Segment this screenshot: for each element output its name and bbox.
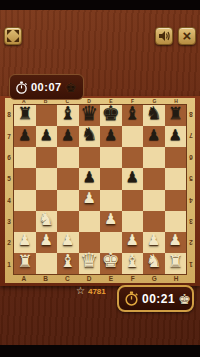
square-b7[interactable]: ♟ [36, 126, 58, 147]
square-e5[interactable] [100, 168, 122, 189]
square-a8[interactable]: ♜ [14, 105, 36, 126]
square-a2[interactable]: ♟ [14, 232, 36, 253]
square-f4[interactable] [122, 190, 144, 211]
score-display: ☆ 4781 [76, 286, 106, 296]
square-d4[interactable]: ♟ [79, 190, 101, 211]
white-pawn-piece[interactable]: ♟ [126, 233, 139, 248]
rank-label-6: 6 [187, 147, 195, 168]
star-icon: ☆ [76, 286, 85, 296]
square-g3[interactable] [143, 211, 165, 232]
square-h2[interactable]: ♟ [165, 232, 187, 253]
square-a4[interactable] [14, 190, 36, 211]
square-e4[interactable] [100, 190, 122, 211]
white-pawn-piece[interactable]: ♟ [104, 212, 117, 227]
white-bishop-piece[interactable]: ♝ [60, 252, 76, 270]
rank-label-2: 2 [187, 232, 195, 253]
square-g7[interactable]: ♟ [143, 126, 165, 147]
black-pawn-piece[interactable]: ♟ [18, 128, 31, 143]
square-e1[interactable]: ♚ [100, 253, 122, 274]
black-pawn-piece[interactable]: ♟ [40, 128, 53, 143]
square-e3[interactable]: ♟ [100, 211, 122, 232]
white-queen-piece[interactable]: ♛ [80, 250, 98, 270]
black-knight-piece[interactable]: ♞ [81, 125, 97, 143]
white-rook-piece[interactable]: ♜ [168, 253, 183, 270]
square-c4[interactable] [57, 190, 79, 211]
square-f7[interactable] [122, 126, 144, 147]
black-king-icon: ♚ [65, 81, 77, 94]
square-f6[interactable] [122, 147, 144, 168]
black-pawn-piece[interactable]: ♟ [126, 170, 139, 185]
square-h7[interactable]: ♟ [165, 126, 187, 147]
black-timer-value: 00:07 [31, 81, 62, 93]
rank-label-7: 7 [5, 125, 13, 146]
chess-board-border: ABCDEFGH ABCDEFGH 87654321 87654321 ♜♝♛♚… [5, 98, 195, 283]
square-e8[interactable]: ♚ [100, 105, 122, 126]
rank-label-7: 7 [187, 125, 195, 146]
square-c8[interactable]: ♝ [57, 105, 79, 126]
square-g6[interactable] [143, 147, 165, 168]
white-player-timer: 00:21 ♚ [117, 285, 194, 312]
black-bishop-piece[interactable]: ♝ [124, 104, 140, 122]
close-icon: × [183, 28, 192, 43]
file-label-c: C [57, 275, 79, 283]
square-g4[interactable] [143, 190, 165, 211]
square-g8[interactable]: ♞ [143, 105, 165, 126]
game-screen: × 00:07 ♚ ABCDEFGH ABCDEFGH 87654321 876… [0, 0, 200, 357]
speaker-icon [158, 30, 170, 42]
square-e7[interactable]: ♟ [100, 126, 122, 147]
square-a7[interactable]: ♟ [14, 126, 36, 147]
black-queen-piece[interactable]: ♛ [80, 103, 98, 123]
rank-label-8: 8 [187, 104, 195, 125]
square-g1[interactable]: ♞ [143, 253, 165, 274]
file-label-h: H [165, 275, 187, 283]
black-knight-piece[interactable]: ♞ [146, 104, 162, 122]
file-labels-bottom: ABCDEFGH [13, 275, 187, 283]
white-king-piece[interactable]: ♚ [102, 250, 120, 270]
file-label-b: B [35, 275, 57, 283]
bottom-letterbox-bar [0, 345, 200, 357]
score-value: 4781 [88, 287, 106, 296]
square-g5[interactable] [143, 168, 165, 189]
rank-labels-right: 87654321 [187, 104, 195, 275]
square-b5[interactable] [36, 168, 58, 189]
square-h5[interactable] [165, 168, 187, 189]
fullscreen-button[interactable] [4, 27, 22, 45]
square-b2[interactable]: ♟ [36, 232, 58, 253]
stopwatch-icon [15, 81, 28, 94]
black-bishop-piece[interactable]: ♝ [60, 104, 76, 122]
square-h1[interactable]: ♜ [165, 253, 187, 274]
square-f5[interactable]: ♟ [122, 168, 144, 189]
square-d6[interactable] [79, 147, 101, 168]
square-c6[interactable] [57, 147, 79, 168]
square-b8[interactable] [36, 105, 58, 126]
black-rook-piece[interactable]: ♜ [17, 105, 32, 122]
white-knight-piece[interactable]: ♞ [38, 210, 54, 228]
square-a1[interactable]: ♜ [14, 253, 36, 274]
square-c3[interactable] [57, 211, 79, 232]
black-pawn-piece[interactable]: ♟ [83, 170, 96, 185]
square-b6[interactable] [36, 147, 58, 168]
square-f3[interactable] [122, 211, 144, 232]
square-d1[interactable]: ♛ [79, 253, 101, 274]
square-a3[interactable] [14, 211, 36, 232]
black-rook-piece[interactable]: ♜ [168, 105, 183, 122]
white-pawn-piece[interactable]: ♟ [147, 233, 160, 248]
sound-button[interactable] [155, 27, 173, 45]
black-pawn-piece[interactable]: ♟ [104, 128, 117, 143]
white-pawn-piece[interactable]: ♟ [40, 233, 53, 248]
black-pawn-piece[interactable]: ♟ [169, 128, 182, 143]
stopwatch-icon [124, 291, 139, 306]
rank-label-3: 3 [5, 211, 13, 232]
rank-labels-left: 87654321 [5, 104, 13, 275]
square-h4[interactable] [165, 190, 187, 211]
square-a5[interactable] [14, 168, 36, 189]
rank-label-1: 1 [5, 254, 13, 275]
rank-label-1: 1 [187, 254, 195, 275]
rank-label-5: 5 [5, 168, 13, 189]
rank-label-6: 6 [5, 147, 13, 168]
square-d5[interactable]: ♟ [79, 168, 101, 189]
black-king-piece[interactable]: ♚ [102, 103, 120, 123]
white-bishop-piece[interactable]: ♝ [124, 252, 140, 270]
rank-label-3: 3 [187, 211, 195, 232]
rank-label-5: 5 [187, 168, 195, 189]
file-label-d: D [78, 275, 100, 283]
square-c5[interactable] [57, 168, 79, 189]
square-a6[interactable] [14, 147, 36, 168]
square-c1[interactable]: ♝ [57, 253, 79, 274]
white-pawn-piece[interactable]: ♟ [18, 233, 31, 248]
rank-label-4: 4 [5, 190, 13, 211]
chess-board: ♜♝♛♚♝♞♜♟♟♟♞♟♟♟♟♟♟♞♟♟♟♟♟♟♟♜♝♛♚♝♞♜ [13, 104, 187, 275]
square-e6[interactable] [100, 147, 122, 168]
white-knight-piece[interactable]: ♞ [146, 252, 162, 270]
white-pawn-piece[interactable]: ♟ [169, 233, 182, 248]
rank-label-4: 4 [187, 190, 195, 211]
square-d7[interactable]: ♞ [79, 126, 101, 147]
white-pawn-piece[interactable]: ♟ [83, 191, 96, 206]
file-label-g: G [144, 275, 166, 283]
rank-label-2: 2 [5, 232, 13, 253]
square-h3[interactable] [165, 211, 187, 232]
square-h6[interactable] [165, 147, 187, 168]
white-king-icon: ♚ [178, 292, 191, 306]
square-b1[interactable] [36, 253, 58, 274]
top-letterbox-bar [0, 0, 200, 10]
square-h8[interactable]: ♜ [165, 105, 187, 126]
square-f1[interactable]: ♝ [122, 253, 144, 274]
file-label-a: A [13, 275, 35, 283]
white-rook-piece[interactable]: ♜ [17, 253, 32, 270]
square-b3[interactable]: ♞ [36, 211, 58, 232]
chess-board-frame: ABCDEFGH ABCDEFGH 87654321 87654321 ♜♝♛♚… [0, 96, 200, 286]
file-label-f: F [122, 275, 144, 283]
fullscreen-icon [7, 30, 19, 42]
file-label-e: E [100, 275, 122, 283]
square-f8[interactable]: ♝ [122, 105, 144, 126]
white-pawn-piece[interactable]: ♟ [61, 233, 74, 248]
black-pawn-piece[interactable]: ♟ [61, 128, 74, 143]
square-c7[interactable]: ♟ [57, 126, 79, 147]
white-timer-value: 00:21 [142, 292, 175, 306]
rank-label-8: 8 [5, 104, 13, 125]
square-d3[interactable] [79, 211, 101, 232]
black-pawn-piece[interactable]: ♟ [147, 128, 160, 143]
black-player-timer: 00:07 ♚ [9, 74, 84, 100]
close-button[interactable]: × [178, 27, 196, 45]
